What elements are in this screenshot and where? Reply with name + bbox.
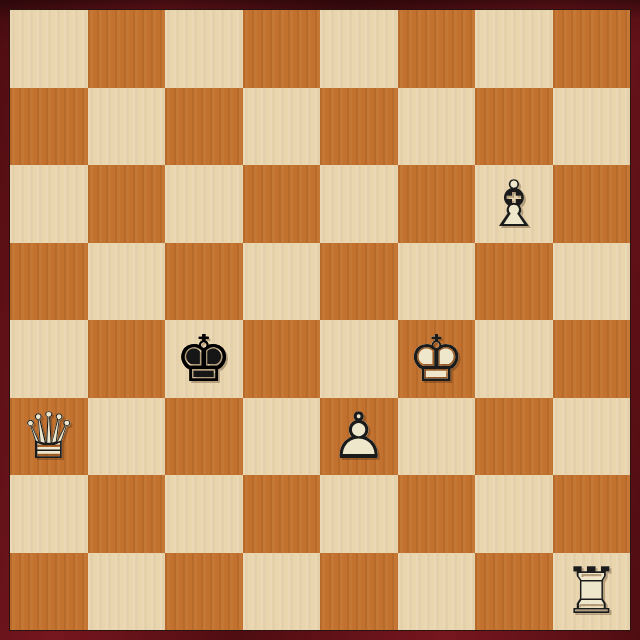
board-frame: ♝♝♗♚♚♔♚♚♔♛♛♕♟♟♙♜♜♖	[0, 0, 640, 640]
square-b8[interactable]	[88, 10, 166, 88]
square-g6[interactable]: ♝♝♗	[475, 165, 553, 243]
white-queen-outline: ♕	[10, 398, 88, 476]
square-d8[interactable]	[243, 10, 321, 88]
white-rook[interactable]: ♜♜♖	[553, 553, 631, 631]
square-a1[interactable]	[10, 553, 88, 631]
square-a2[interactable]	[10, 475, 88, 553]
square-e8[interactable]	[320, 10, 398, 88]
square-c7[interactable]	[165, 88, 243, 166]
square-c3[interactable]	[165, 398, 243, 476]
white-pawn[interactable]: ♟♟♙	[320, 398, 398, 476]
square-c2[interactable]	[165, 475, 243, 553]
black-king[interactable]: ♚♚♔	[165, 320, 243, 398]
square-g4[interactable]	[475, 320, 553, 398]
square-g2[interactable]	[475, 475, 553, 553]
square-f6[interactable]	[398, 165, 476, 243]
white-queen[interactable]: ♛♛♕	[10, 398, 88, 476]
square-e3[interactable]: ♟♟♙	[320, 398, 398, 476]
square-g1[interactable]	[475, 553, 553, 631]
white-bishop[interactable]: ♝♝♗	[475, 165, 553, 243]
square-b4[interactable]	[88, 320, 166, 398]
square-g3[interactable]	[475, 398, 553, 476]
square-h1[interactable]: ♜♜♖	[553, 553, 631, 631]
square-b2[interactable]	[88, 475, 166, 553]
square-d5[interactable]	[243, 243, 321, 321]
white-pawn-outline: ♙	[320, 398, 398, 476]
square-f7[interactable]	[398, 88, 476, 166]
square-f5[interactable]	[398, 243, 476, 321]
square-d6[interactable]	[243, 165, 321, 243]
square-h3[interactable]	[553, 398, 631, 476]
chess-board: ♝♝♗♚♚♔♚♚♔♛♛♕♟♟♙♜♜♖	[10, 10, 630, 630]
square-f2[interactable]	[398, 475, 476, 553]
black-king-outline: ♔	[165, 320, 243, 398]
square-a7[interactable]	[10, 88, 88, 166]
square-c1[interactable]	[165, 553, 243, 631]
square-h4[interactable]	[553, 320, 631, 398]
square-c8[interactable]	[165, 10, 243, 88]
square-f8[interactable]	[398, 10, 476, 88]
square-b5[interactable]	[88, 243, 166, 321]
square-g7[interactable]	[475, 88, 553, 166]
square-e6[interactable]	[320, 165, 398, 243]
square-a8[interactable]	[10, 10, 88, 88]
square-a3[interactable]: ♛♛♕	[10, 398, 88, 476]
square-h6[interactable]	[553, 165, 631, 243]
square-e5[interactable]	[320, 243, 398, 321]
square-g8[interactable]	[475, 10, 553, 88]
square-h5[interactable]	[553, 243, 631, 321]
square-e4[interactable]	[320, 320, 398, 398]
square-d2[interactable]	[243, 475, 321, 553]
square-c5[interactable]	[165, 243, 243, 321]
square-f4[interactable]: ♚♚♔	[398, 320, 476, 398]
square-h8[interactable]	[553, 10, 631, 88]
square-d1[interactable]	[243, 553, 321, 631]
square-e1[interactable]	[320, 553, 398, 631]
white-king-outline: ♔	[398, 320, 476, 398]
square-e7[interactable]	[320, 88, 398, 166]
square-f3[interactable]	[398, 398, 476, 476]
square-d4[interactable]	[243, 320, 321, 398]
square-h2[interactable]	[553, 475, 631, 553]
white-king[interactable]: ♚♚♔	[398, 320, 476, 398]
square-c4[interactable]: ♚♚♔	[165, 320, 243, 398]
square-a5[interactable]	[10, 243, 88, 321]
square-g5[interactable]	[475, 243, 553, 321]
square-b7[interactable]	[88, 88, 166, 166]
square-b1[interactable]	[88, 553, 166, 631]
square-b6[interactable]	[88, 165, 166, 243]
square-e2[interactable]	[320, 475, 398, 553]
square-b3[interactable]	[88, 398, 166, 476]
square-d7[interactable]	[243, 88, 321, 166]
square-c6[interactable]	[165, 165, 243, 243]
white-rook-outline: ♖	[553, 553, 631, 631]
square-a6[interactable]	[10, 165, 88, 243]
square-h7[interactable]	[553, 88, 631, 166]
square-f1[interactable]	[398, 553, 476, 631]
square-a4[interactable]	[10, 320, 88, 398]
square-d3[interactable]	[243, 398, 321, 476]
white-bishop-outline: ♗	[475, 165, 553, 243]
